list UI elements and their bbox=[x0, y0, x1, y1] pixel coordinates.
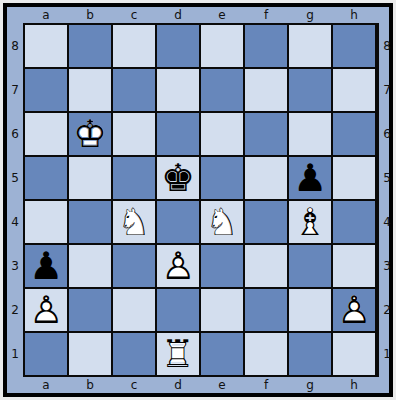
rank-label-1: 1 bbox=[7, 333, 23, 375]
piece-glyph: ♚ bbox=[157, 157, 199, 199]
piece-black-pawn: ♟ bbox=[289, 157, 331, 199]
square-e7[interactable] bbox=[201, 69, 243, 111]
file-label-e: e bbox=[201, 7, 243, 23]
square-e3[interactable] bbox=[201, 245, 243, 287]
square-d4[interactable] bbox=[157, 201, 199, 243]
square-c5[interactable] bbox=[113, 157, 155, 199]
rank-labels-right: 87654321 bbox=[379, 23, 395, 377]
piece-white-rook: ♜♖ bbox=[157, 333, 199, 375]
file-label-d: d bbox=[157, 7, 199, 23]
rank-label-5: 5 bbox=[379, 157, 395, 199]
square-f8[interactable] bbox=[245, 25, 287, 67]
piece-glyph: ♟ bbox=[289, 157, 331, 199]
rank-label-2: 2 bbox=[7, 289, 23, 331]
square-b4[interactable] bbox=[69, 201, 111, 243]
rank-labels-left: 87654321 bbox=[7, 23, 23, 377]
file-labels-bottom: abcdefgh bbox=[7, 377, 389, 393]
piece-outline: ♗ bbox=[289, 201, 331, 243]
square-e6[interactable] bbox=[201, 113, 243, 155]
rank-label-6: 6 bbox=[7, 113, 23, 155]
square-e4[interactable]: ♞♘ bbox=[201, 201, 243, 243]
square-h8[interactable] bbox=[333, 25, 375, 67]
file-label-h: h bbox=[333, 7, 375, 23]
rank-label-8: 8 bbox=[379, 25, 395, 67]
board-middle: 87654321 ♚♔♚♟♞♘♞♘♝♗♟♟♙♟♙♟♙♜♖ 87654321 bbox=[7, 23, 389, 377]
file-label-b: b bbox=[69, 377, 111, 393]
square-e2[interactable] bbox=[201, 289, 243, 331]
file-label-c: c bbox=[113, 377, 155, 393]
square-f2[interactable] bbox=[245, 289, 287, 331]
file-label-a: a bbox=[25, 7, 67, 23]
square-c7[interactable] bbox=[113, 69, 155, 111]
chess-diagram: abcdefgh 87654321 ♚♔♚♟♞♘♞♘♝♗♟♟♙♟♙♟♙♜♖ 87… bbox=[0, 0, 396, 400]
square-a3[interactable]: ♟ bbox=[25, 245, 67, 287]
square-f6[interactable] bbox=[245, 113, 287, 155]
square-a2[interactable]: ♟♙ bbox=[25, 289, 67, 331]
square-f4[interactable] bbox=[245, 201, 287, 243]
square-d6[interactable] bbox=[157, 113, 199, 155]
square-d5[interactable]: ♚ bbox=[157, 157, 199, 199]
file-labels-bottom-row: abcdefgh bbox=[23, 377, 379, 393]
piece-white-knight: ♞♘ bbox=[201, 201, 243, 243]
square-c8[interactable] bbox=[113, 25, 155, 67]
file-label-g: g bbox=[289, 7, 331, 23]
square-f5[interactable] bbox=[245, 157, 287, 199]
rank-label-3: 3 bbox=[379, 245, 395, 287]
file-label-f: f bbox=[245, 377, 287, 393]
square-h5[interactable] bbox=[333, 157, 375, 199]
rank-label-1: 1 bbox=[379, 333, 395, 375]
square-g6[interactable] bbox=[289, 113, 331, 155]
file-label-c: c bbox=[113, 7, 155, 23]
square-e8[interactable] bbox=[201, 25, 243, 67]
piece-glyph: ♟ bbox=[25, 245, 67, 287]
square-b1[interactable] bbox=[69, 333, 111, 375]
square-c1[interactable] bbox=[113, 333, 155, 375]
square-b2[interactable] bbox=[69, 289, 111, 331]
square-h3[interactable] bbox=[333, 245, 375, 287]
square-a5[interactable] bbox=[25, 157, 67, 199]
board-with-coordinates: abcdefgh 87654321 ♚♔♚♟♞♘♞♘♝♗♟♟♙♟♙♟♙♜♖ 87… bbox=[7, 7, 389, 393]
square-c6[interactable] bbox=[113, 113, 155, 155]
piece-white-knight: ♞♘ bbox=[113, 201, 155, 243]
square-h6[interactable] bbox=[333, 113, 375, 155]
piece-black-pawn: ♟ bbox=[25, 245, 67, 287]
file-label-a: a bbox=[25, 377, 67, 393]
rank-label-3: 3 bbox=[7, 245, 23, 287]
square-g8[interactable] bbox=[289, 25, 331, 67]
file-label-g: g bbox=[289, 377, 331, 393]
square-e5[interactable] bbox=[201, 157, 243, 199]
file-label-b: b bbox=[69, 7, 111, 23]
piece-outline: ♙ bbox=[25, 289, 67, 331]
rank-label-4: 4 bbox=[379, 201, 395, 243]
piece-outline: ♙ bbox=[157, 245, 199, 287]
square-h4[interactable] bbox=[333, 201, 375, 243]
square-a4[interactable] bbox=[25, 201, 67, 243]
file-label-h: h bbox=[333, 377, 375, 393]
square-b3[interactable] bbox=[69, 245, 111, 287]
rank-label-2: 2 bbox=[379, 289, 395, 331]
square-d2[interactable] bbox=[157, 289, 199, 331]
square-a6[interactable] bbox=[25, 113, 67, 155]
square-h1[interactable] bbox=[333, 333, 375, 375]
square-a8[interactable] bbox=[25, 25, 67, 67]
piece-white-pawn: ♟♙ bbox=[333, 289, 375, 331]
square-b6[interactable]: ♚♔ bbox=[69, 113, 111, 155]
square-f1[interactable] bbox=[245, 333, 287, 375]
square-d1[interactable]: ♜♖ bbox=[157, 333, 199, 375]
piece-black-king: ♚ bbox=[157, 157, 199, 199]
square-d8[interactable] bbox=[157, 25, 199, 67]
square-g4[interactable]: ♝♗ bbox=[289, 201, 331, 243]
rank-label-4: 4 bbox=[7, 201, 23, 243]
board: ♚♔♚♟♞♘♞♘♝♗♟♟♙♟♙♟♙♜♖ bbox=[23, 23, 379, 377]
piece-outline: ♘ bbox=[113, 201, 155, 243]
square-a1[interactable] bbox=[25, 333, 67, 375]
square-e1[interactable] bbox=[201, 333, 243, 375]
square-g1[interactable] bbox=[289, 333, 331, 375]
rank-label-7: 7 bbox=[7, 69, 23, 111]
file-label-f: f bbox=[245, 7, 287, 23]
rank-label-6: 6 bbox=[379, 113, 395, 155]
square-c3[interactable] bbox=[113, 245, 155, 287]
file-labels-top: abcdefgh bbox=[7, 7, 389, 23]
piece-white-bishop: ♝♗ bbox=[289, 201, 331, 243]
square-b8[interactable] bbox=[69, 25, 111, 67]
square-d7[interactable] bbox=[157, 69, 199, 111]
square-h2[interactable]: ♟♙ bbox=[333, 289, 375, 331]
square-c2[interactable] bbox=[113, 289, 155, 331]
square-g5[interactable]: ♟ bbox=[289, 157, 331, 199]
piece-white-pawn: ♟♙ bbox=[25, 289, 67, 331]
file-labels-top-row: abcdefgh bbox=[23, 7, 379, 23]
piece-outline: ♔ bbox=[69, 113, 111, 155]
board-frame: abcdefgh 87654321 ♚♔♚♟♞♘♞♘♝♗♟♟♙♟♙♟♙♜♖ 87… bbox=[3, 3, 393, 397]
square-h7[interactable] bbox=[333, 69, 375, 111]
square-f3[interactable] bbox=[245, 245, 287, 287]
file-label-d: d bbox=[157, 377, 199, 393]
square-a7[interactable] bbox=[25, 69, 67, 111]
piece-outline: ♘ bbox=[201, 201, 243, 243]
rank-label-8: 8 bbox=[7, 25, 23, 67]
square-g7[interactable] bbox=[289, 69, 331, 111]
square-f7[interactable] bbox=[245, 69, 287, 111]
square-b5[interactable] bbox=[69, 157, 111, 199]
square-g3[interactable] bbox=[289, 245, 331, 287]
piece-white-king: ♚♔ bbox=[69, 113, 111, 155]
piece-outline: ♖ bbox=[157, 333, 199, 375]
square-d3[interactable]: ♟♙ bbox=[157, 245, 199, 287]
piece-white-pawn: ♟♙ bbox=[157, 245, 199, 287]
rank-label-7: 7 bbox=[379, 69, 395, 111]
square-b7[interactable] bbox=[69, 69, 111, 111]
rank-label-5: 5 bbox=[7, 157, 23, 199]
square-g2[interactable] bbox=[289, 289, 331, 331]
square-c4[interactable]: ♞♘ bbox=[113, 201, 155, 243]
file-label-e: e bbox=[201, 377, 243, 393]
piece-outline: ♙ bbox=[333, 289, 375, 331]
